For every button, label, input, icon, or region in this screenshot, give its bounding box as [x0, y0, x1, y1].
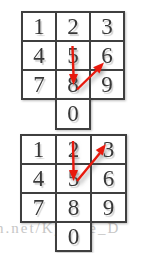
tile-cell: 7: [23, 71, 57, 100]
blank-cell-bottom: 0: [55, 221, 92, 252]
tile-cell: 3: [92, 136, 127, 165]
tile-cell: 7: [22, 194, 57, 223]
board-bottom: 1 2 3 4 5 6 7 8 9: [20, 134, 127, 223]
tile-cell: 4: [22, 165, 57, 194]
tile-cell: 6: [91, 42, 125, 71]
tile-cell: 1: [22, 136, 57, 165]
tile-cell: 9: [92, 194, 127, 223]
tile-cell: 8: [57, 194, 92, 223]
tile-cell: 2: [57, 136, 92, 165]
tile-cell: 5: [57, 42, 91, 71]
tile-cell: 8: [57, 71, 91, 100]
tile-cell: 2: [57, 13, 91, 42]
tile-cell: 4: [23, 42, 57, 71]
tile-cell: 9: [91, 71, 125, 100]
blank-cell-top: 0: [55, 98, 91, 130]
board-top: 1 2 3 4 5 6 7 8 9: [21, 11, 125, 100]
tile-cell: 5: [57, 165, 92, 194]
tile-cell: 1: [23, 13, 57, 42]
tile-cell: 6: [92, 165, 127, 194]
tile-cell: 3: [91, 13, 125, 42]
